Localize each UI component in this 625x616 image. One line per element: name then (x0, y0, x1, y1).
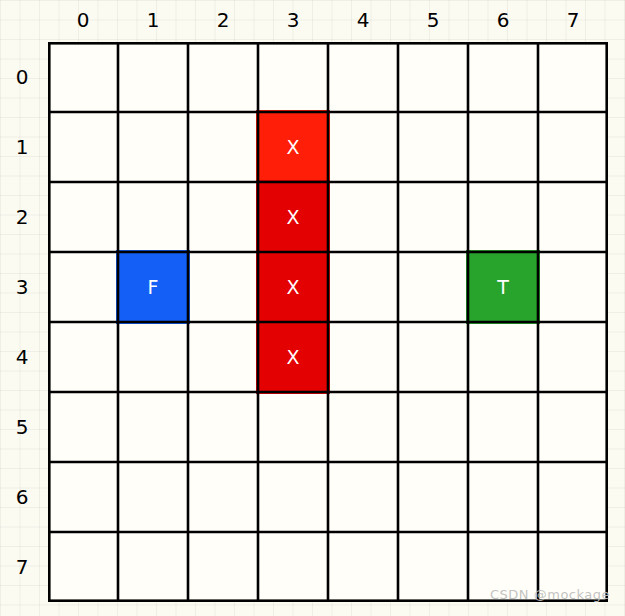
row-label-1: 1 (0, 112, 44, 182)
cell-text-layer: XXXXFT (48, 42, 608, 602)
col-label-6: 6 (468, 4, 538, 36)
figure-canvas: 01234567 01234567 XXXXFT CSDN @mockage (0, 0, 625, 616)
row-label-7: 7 (0, 532, 44, 602)
cell-letter-x-r2c3: X (258, 182, 328, 252)
col-label-7: 7 (538, 4, 608, 36)
col-label-3: 3 (258, 4, 328, 36)
cell-letter-x-r1c3: X (258, 112, 328, 182)
cell-letter-x-r3c3: X (258, 252, 328, 322)
col-label-4: 4 (328, 4, 398, 36)
col-label-0: 0 (48, 4, 118, 36)
row-label-2: 2 (0, 182, 44, 252)
cell-letter-x-r4c3: X (258, 322, 328, 392)
row-label-4: 4 (0, 322, 44, 392)
row-label-3: 3 (0, 252, 44, 322)
cell-letter-f-r3c1: F (118, 252, 188, 322)
col-label-2: 2 (188, 4, 258, 36)
watermark: CSDN @mockage (490, 587, 610, 602)
col-label-5: 5 (398, 4, 468, 36)
row-label-6: 6 (0, 462, 44, 532)
row-label-5: 5 (0, 392, 44, 462)
col-label-1: 1 (118, 4, 188, 36)
grid-board: XXXXFT (48, 42, 608, 602)
row-label-0: 0 (0, 42, 44, 112)
cell-letter-t-r3c6: T (468, 252, 538, 322)
